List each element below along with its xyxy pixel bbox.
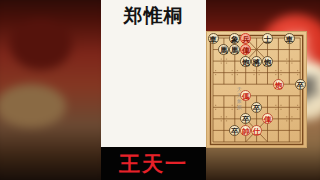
left-blur-panel (0, 0, 101, 180)
piece-black-車-f7r0[interactable]: 車 (284, 33, 295, 44)
piece-red-仕-f4r8[interactable]: 仕 (251, 125, 262, 136)
left-blur-blob (10, 18, 72, 70)
video-column: 郑惟桐 車象兵士車馬馬俥炮將炮炮卒傌卒卒俥卒帥仕 天天象棋 王天一 (101, 0, 206, 180)
app-watermark: 天天象棋 (237, 86, 243, 110)
piece-black-士-f5r0[interactable]: 士 (262, 33, 273, 44)
piece-black-卒-f8r4[interactable]: 卒 (295, 79, 306, 90)
piece-black-將-f4r2[interactable]: 將 (251, 56, 262, 67)
left-blur-backdrop (0, 0, 101, 180)
piece-red-帥-f3r8[interactable]: 帥 (240, 125, 251, 136)
bottom-player-banner: 王天一 (101, 147, 206, 180)
piece-black-馬-f2r1[interactable]: 馬 (229, 44, 240, 55)
shorts-frame: 兵 卒 郑惟桐 車象兵士車馬馬俥炮將炮炮卒傌卒卒俥卒帥仕 天天象棋 王天一 (0, 0, 320, 180)
bottom-player-name: 王天一 (119, 150, 188, 178)
piece-black-卒-f4r6[interactable]: 卒 (251, 102, 262, 113)
left-blur-blob (0, 84, 66, 128)
piece-black-馬-f1r1[interactable]: 馬 (218, 44, 229, 55)
xiangqi-board[interactable]: 車象兵士車馬馬俥炮將炮炮卒傌卒卒俥卒帥仕 (206, 31, 307, 148)
piece-black-卒-f2r8[interactable]: 卒 (229, 125, 240, 136)
piece-black-車-f0r0[interactable]: 車 (208, 33, 219, 44)
top-player-banner: 郑惟桐 (101, 0, 206, 31)
piece-red-炮-f6r4[interactable]: 炮 (273, 79, 284, 90)
piece-black-炮-f5r2[interactable]: 炮 (262, 56, 273, 67)
top-player-name: 郑惟桐 (124, 3, 184, 29)
piece-black-象-f2r0[interactable]: 象 (229, 33, 240, 44)
piece-black-炮-f3r2[interactable]: 炮 (240, 56, 251, 67)
piece-red-兵-f3r0[interactable]: 兵 (240, 33, 251, 44)
